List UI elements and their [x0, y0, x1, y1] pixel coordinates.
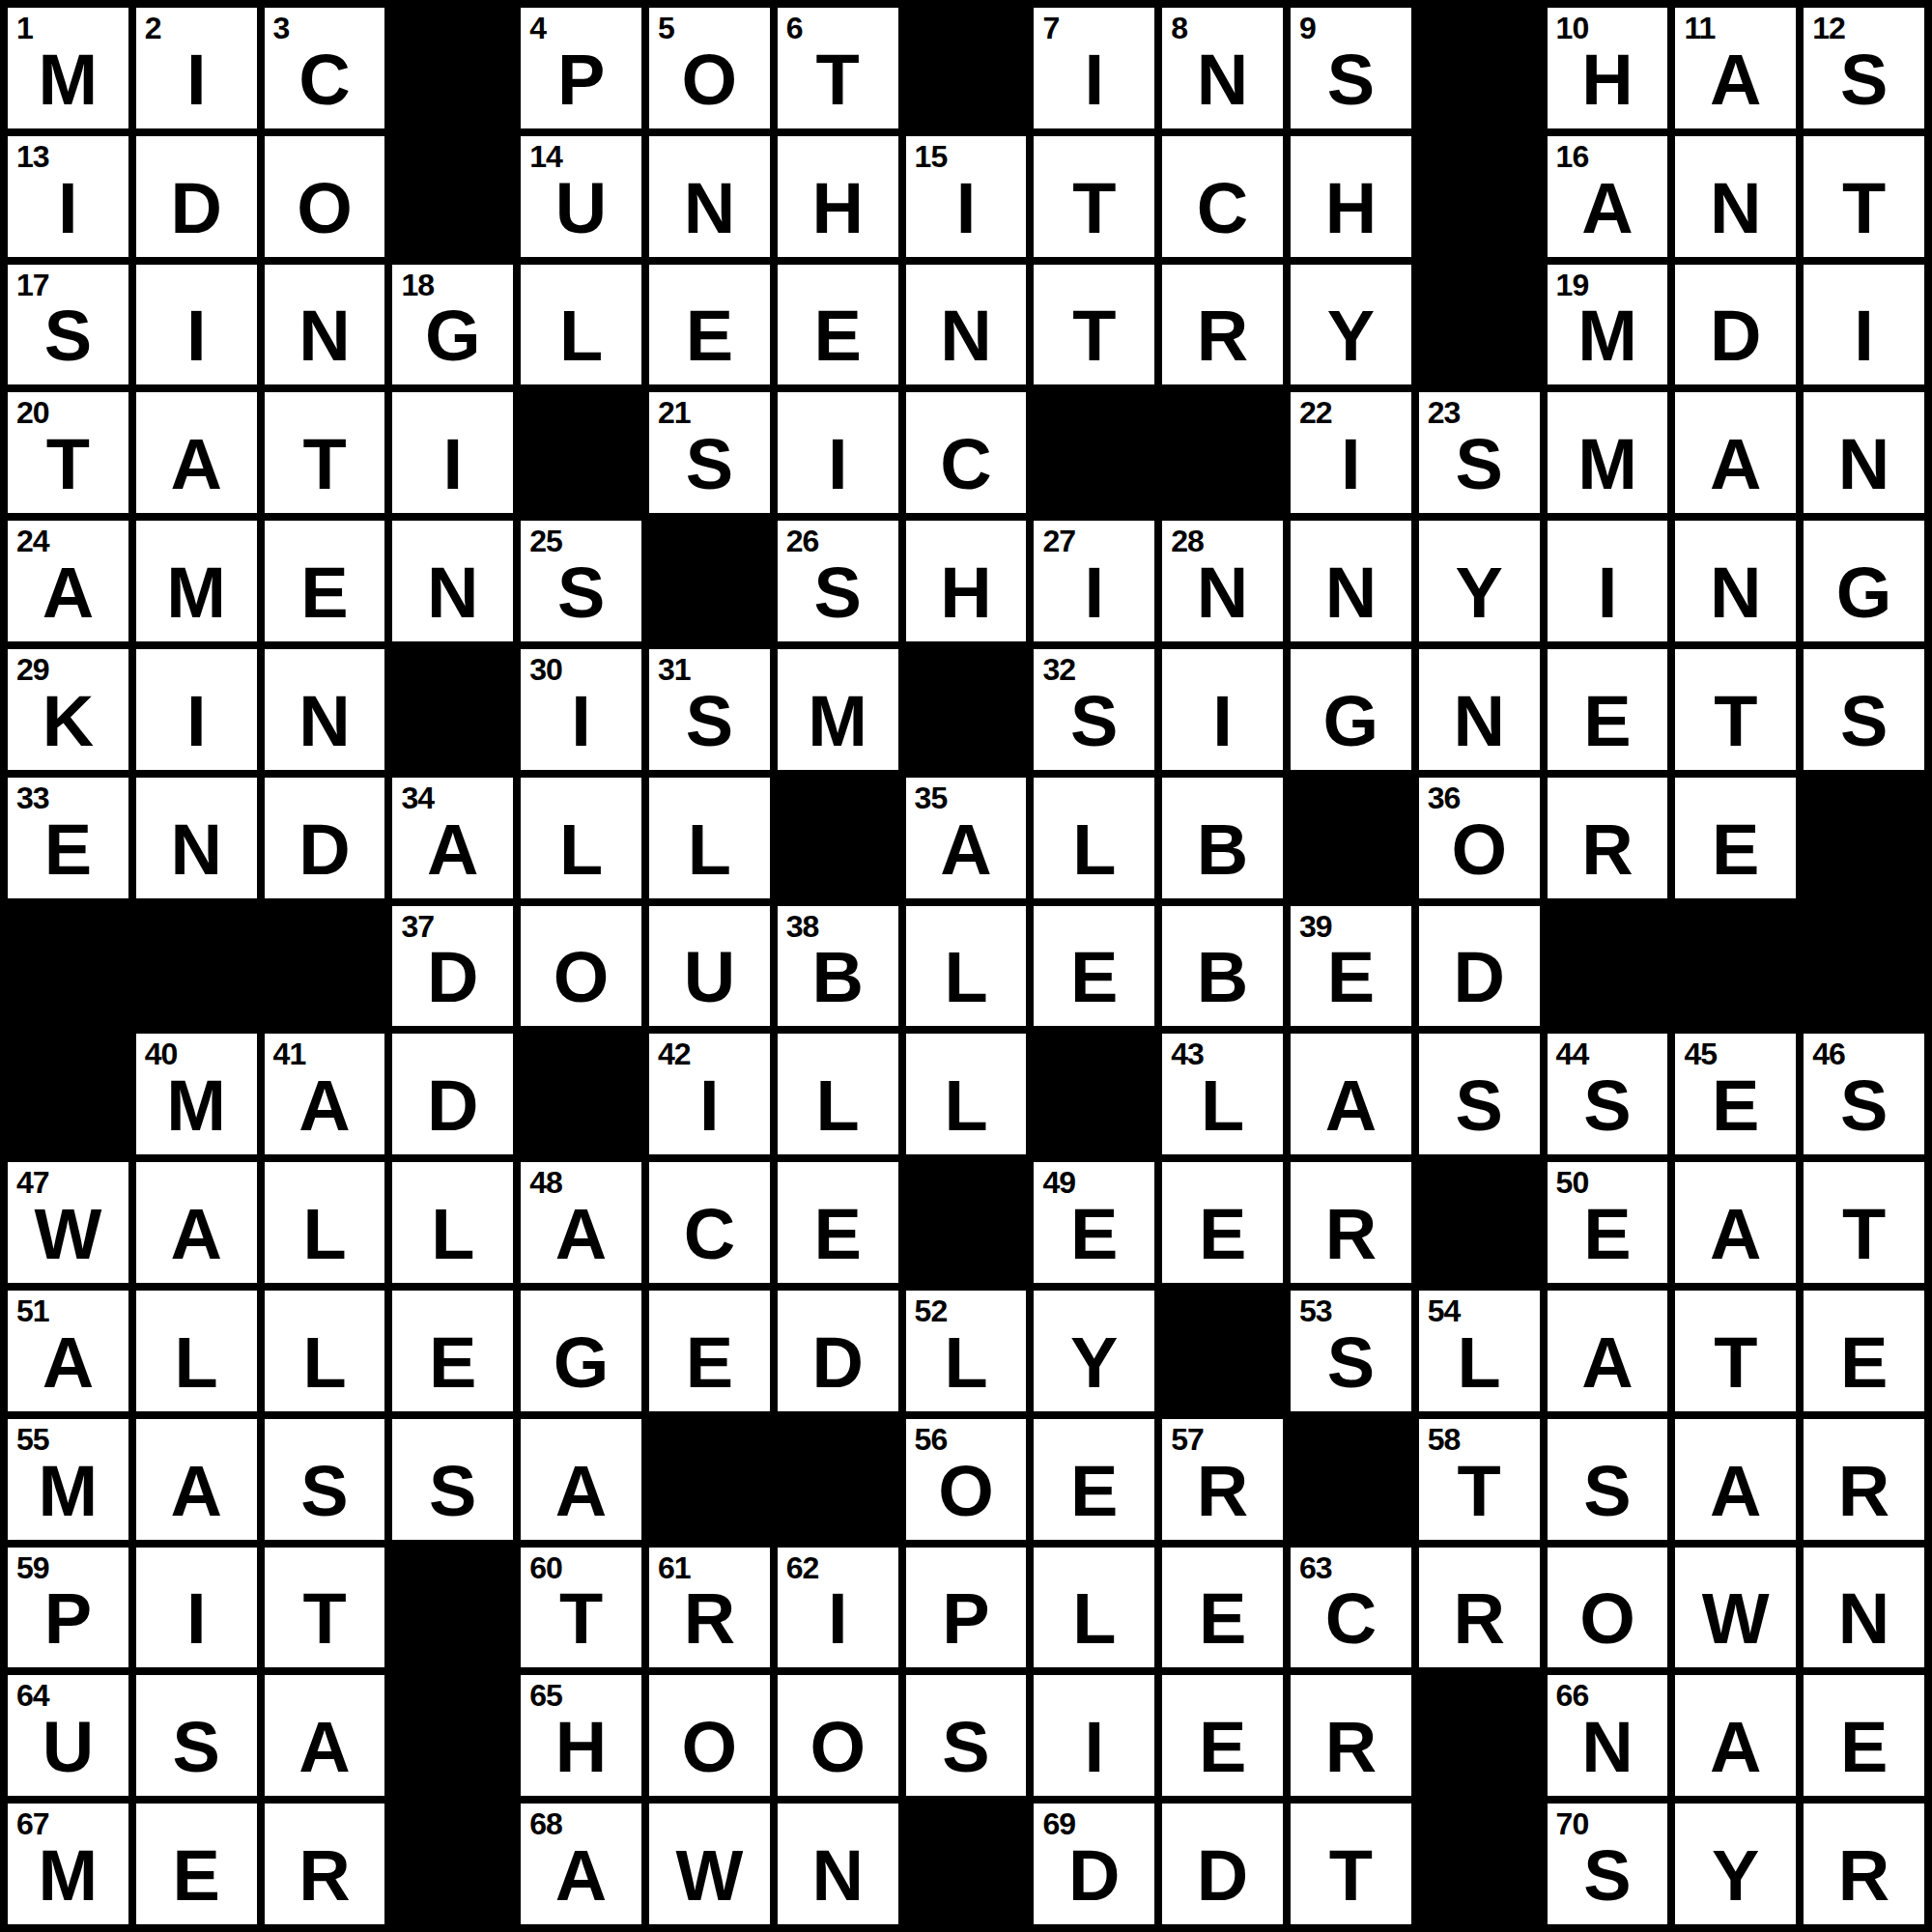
- letter-cell-r3c11[interactable]: Y: [1291, 265, 1411, 385]
- letter-cell-r11c14[interactable]: T: [1675, 1291, 1796, 1411]
- letter-cell-r13c12[interactable]: R: [1419, 1548, 1540, 1668]
- letter-cell-r1c10[interactable]: 8N: [1162, 8, 1283, 128]
- cell-letter: H: [1548, 44, 1668, 116]
- letter-cell-r8c7[interactable]: 38B: [778, 906, 898, 1027]
- letter-cell-r15c2[interactable]: E: [136, 1804, 257, 1924]
- cell-letter: N: [265, 686, 385, 757]
- letter-cell-r5c14[interactable]: N: [1675, 521, 1796, 641]
- cell-letter: E: [1162, 1712, 1283, 1783]
- letter-cell-r7c10[interactable]: B: [1162, 778, 1283, 898]
- letter-cell-r11c8[interactable]: 52L: [906, 1291, 1027, 1411]
- letter-cell-r10c1[interactable]: 47W: [8, 1162, 128, 1283]
- letter-cell-r10c11[interactable]: R: [1291, 1162, 1411, 1283]
- letter-cell-r5c15[interactable]: G: [1804, 521, 1924, 641]
- cell-letter: T: [265, 1583, 385, 1655]
- cell-letter: U: [649, 942, 770, 1013]
- letter-cell-r12c13[interactable]: S: [1548, 1419, 1668, 1540]
- letter-cell-r12c3[interactable]: S: [265, 1419, 385, 1540]
- cell-letter: D: [265, 814, 385, 886]
- letter-cell-r7c13[interactable]: R: [1548, 778, 1668, 898]
- letter-cell-r14c6[interactable]: O: [649, 1675, 770, 1796]
- cell-letter: S: [1291, 44, 1411, 116]
- cell-letter: S: [1034, 686, 1154, 757]
- cell-letter: N: [1804, 429, 1924, 500]
- black-square: [521, 1034, 641, 1154]
- letter-cell-r3c15[interactable]: I: [1804, 265, 1924, 385]
- letter-cell-r6c9[interactable]: 32S: [1034, 649, 1154, 770]
- letter-cell-r6c15[interactable]: S: [1804, 649, 1924, 770]
- clue-number: 9: [1299, 13, 1316, 43]
- cell-letter: T: [1291, 1840, 1411, 1912]
- letter-cell-r2c3[interactable]: O: [265, 136, 385, 257]
- cell-letter: L: [906, 1070, 1027, 1142]
- letter-cell-r15c11[interactable]: T: [1291, 1804, 1411, 1924]
- cell-letter: T: [1675, 1327, 1796, 1399]
- cell-letter: T: [8, 429, 128, 500]
- letter-cell-r1c9[interactable]: 7I: [1034, 8, 1154, 128]
- letter-cell-r6c6[interactable]: 31S: [649, 649, 770, 770]
- letter-cell-r3c14[interactable]: D: [1675, 265, 1796, 385]
- letter-cell-r10c2[interactable]: A: [136, 1162, 257, 1283]
- cell-letter: I: [1162, 686, 1283, 757]
- letter-cell-r11c5[interactable]: G: [521, 1291, 641, 1411]
- letter-cell-r5c2[interactable]: M: [136, 521, 257, 641]
- letter-cell-r11c13[interactable]: A: [1548, 1291, 1668, 1411]
- letter-cell-r2c10[interactable]: C: [1162, 136, 1283, 257]
- letter-cell-r6c7[interactable]: M: [778, 649, 898, 770]
- letter-cell-r7c3[interactable]: D: [265, 778, 385, 898]
- cell-letter: R: [1804, 1456, 1924, 1527]
- letter-cell-r9c15[interactable]: 46S: [1804, 1034, 1924, 1154]
- clue-number: 6: [786, 13, 803, 43]
- cell-letter: C: [1291, 1583, 1411, 1655]
- cell-letter: T: [1675, 686, 1796, 757]
- letter-cell-r14c14[interactable]: A: [1675, 1675, 1796, 1796]
- letter-cell-r3c2[interactable]: I: [136, 265, 257, 385]
- cell-letter: A: [136, 1456, 257, 1527]
- letter-cell-r2c5[interactable]: 14U: [521, 136, 641, 257]
- letter-cell-r15c13[interactable]: 70S: [1548, 1804, 1668, 1924]
- letter-cell-r10c3[interactable]: L: [265, 1162, 385, 1283]
- black-square: [8, 1034, 128, 1154]
- letter-cell-r4c6[interactable]: 21S: [649, 392, 770, 513]
- letter-cell-r14c9[interactable]: I: [1034, 1675, 1154, 1796]
- letter-cell-r6c14[interactable]: T: [1675, 649, 1796, 770]
- letter-cell-r14c7[interactable]: O: [778, 1675, 898, 1796]
- clue-number: 20: [16, 397, 49, 428]
- letter-cell-r5c4[interactable]: N: [392, 521, 513, 641]
- cell-letter: N: [649, 173, 770, 244]
- cell-letter: N: [265, 300, 385, 372]
- letter-cell-r4c1[interactable]: 20T: [8, 392, 128, 513]
- letter-cell-r3c1[interactable]: 17S: [8, 265, 128, 385]
- letter-cell-r9c6[interactable]: 42I: [649, 1034, 770, 1154]
- letter-cell-r6c12[interactable]: N: [1419, 649, 1540, 770]
- letter-cell-r13c6[interactable]: 61R: [649, 1548, 770, 1668]
- letter-cell-r15c7[interactable]: N: [778, 1804, 898, 1924]
- letter-cell-r14c11[interactable]: R: [1291, 1675, 1411, 1796]
- letter-cell-r6c3[interactable]: N: [265, 649, 385, 770]
- letter-cell-r6c1[interactable]: 29K: [8, 649, 128, 770]
- crossword-puzzle-page: 1M2I3C4P5O6T7I8N9S10H11A12S13IDO14UNH15I…: [0, 0, 1932, 1932]
- letter-cell-r7c9[interactable]: L: [1034, 778, 1154, 898]
- letter-cell-r6c13[interactable]: E: [1548, 649, 1668, 770]
- letter-cell-r10c7[interactable]: E: [778, 1162, 898, 1283]
- cell-letter: S: [1548, 1456, 1668, 1527]
- letter-cell-r4c8[interactable]: C: [906, 392, 1027, 513]
- letter-cell-r14c8[interactable]: S: [906, 1675, 1027, 1796]
- letter-cell-r13c3[interactable]: T: [265, 1548, 385, 1668]
- cell-letter: S: [1419, 429, 1540, 500]
- cell-letter: B: [1162, 942, 1283, 1013]
- letter-cell-r9c7[interactable]: L: [778, 1034, 898, 1154]
- letter-cell-r4c4[interactable]: I: [392, 392, 513, 513]
- cell-letter: N: [136, 814, 257, 886]
- cell-letter: Y: [1034, 1327, 1154, 1399]
- letter-cell-r12c9[interactable]: E: [1034, 1419, 1154, 1540]
- letter-cell-r2c8[interactable]: 15I: [906, 136, 1027, 257]
- letter-cell-r1c3[interactable]: 3C: [265, 8, 385, 128]
- cell-letter: I: [778, 429, 898, 500]
- letter-cell-r14c10[interactable]: E: [1162, 1675, 1283, 1796]
- letter-cell-r12c12[interactable]: 58T: [1419, 1419, 1540, 1540]
- cell-letter: M: [8, 1840, 128, 1912]
- letter-cell-r9c2[interactable]: 40M: [136, 1034, 257, 1154]
- letter-cell-r11c2[interactable]: L: [136, 1291, 257, 1411]
- letter-cell-r6c5[interactable]: 30I: [521, 649, 641, 770]
- letter-cell-r2c11[interactable]: H: [1291, 136, 1411, 257]
- letter-cell-r14c15[interactable]: E: [1804, 1675, 1924, 1796]
- letter-cell-r8c4[interactable]: 37D: [392, 906, 513, 1027]
- letter-cell-r13c15[interactable]: N: [1804, 1548, 1924, 1668]
- cell-letter: S: [8, 300, 128, 372]
- letter-cell-r1c7[interactable]: 6T: [778, 8, 898, 128]
- crossword-grid: 1M2I3C4P5O6T7I8N9S10H11A12S13IDO14UNH15I…: [0, 0, 1932, 1932]
- clue-number: 7: [1042, 13, 1059, 43]
- cell-letter: M: [1548, 300, 1668, 372]
- letter-cell-r7c12[interactable]: 36O: [1419, 778, 1540, 898]
- letter-cell-r15c5[interactable]: 68A: [521, 1804, 641, 1924]
- letter-cell-r1c6[interactable]: 5O: [649, 8, 770, 128]
- letter-cell-r1c11[interactable]: 9S: [1291, 8, 1411, 128]
- letter-cell-r13c10[interactable]: E: [1162, 1548, 1283, 1668]
- letter-cell-r13c7[interactable]: 62I: [778, 1548, 898, 1668]
- cell-letter: T: [1804, 173, 1924, 244]
- letter-cell-r4c3[interactable]: T: [265, 392, 385, 513]
- cell-letter: R: [1291, 1199, 1411, 1270]
- letter-cell-r14c3[interactable]: A: [265, 1675, 385, 1796]
- letter-cell-r2c6[interactable]: N: [649, 136, 770, 257]
- letter-cell-r9c8[interactable]: L: [906, 1034, 1027, 1154]
- letter-cell-r10c9[interactable]: 49E: [1034, 1162, 1154, 1283]
- letter-cell-r2c9[interactable]: T: [1034, 136, 1154, 257]
- black-square: [136, 906, 257, 1027]
- letter-cell-r15c10[interactable]: D: [1162, 1804, 1283, 1924]
- letter-cell-r7c1[interactable]: 33E: [8, 778, 128, 898]
- letter-cell-r7c5[interactable]: L: [521, 778, 641, 898]
- cell-letter: R: [1162, 1456, 1283, 1527]
- letter-cell-r13c5[interactable]: 60T: [521, 1548, 641, 1668]
- letter-cell-r5c10[interactable]: 28N: [1162, 521, 1283, 641]
- letter-cell-r3c6[interactable]: E: [649, 265, 770, 385]
- letter-cell-r9c13[interactable]: 44S: [1548, 1034, 1668, 1154]
- letter-cell-r1c14[interactable]: 11A: [1675, 8, 1796, 128]
- black-square: [649, 1419, 770, 1540]
- cell-letter: E: [1034, 1456, 1154, 1527]
- letter-cell-r10c4[interactable]: L: [392, 1162, 513, 1283]
- letter-cell-r13c13[interactable]: O: [1548, 1548, 1668, 1668]
- letter-cell-r4c7[interactable]: I: [778, 392, 898, 513]
- letter-cell-r10c6[interactable]: C: [649, 1162, 770, 1283]
- black-square: [392, 1675, 513, 1796]
- clue-number: 34: [401, 782, 434, 813]
- letter-cell-r2c1[interactable]: 13I: [8, 136, 128, 257]
- cell-letter: A: [1291, 1070, 1411, 1142]
- cell-letter: L: [265, 1327, 385, 1399]
- letter-cell-r3c8[interactable]: N: [906, 265, 1027, 385]
- cell-letter: I: [1548, 557, 1668, 629]
- letter-cell-r4c2[interactable]: A: [136, 392, 257, 513]
- cell-letter: M: [778, 686, 898, 757]
- letter-cell-r14c5[interactable]: 65H: [521, 1675, 641, 1796]
- letter-cell-r8c5[interactable]: O: [521, 906, 641, 1027]
- letter-cell-r5c9[interactable]: 27I: [1034, 521, 1154, 641]
- cell-letter: O: [1548, 1583, 1668, 1655]
- letter-cell-r11c1[interactable]: 51A: [8, 1291, 128, 1411]
- cell-letter: G: [392, 300, 513, 372]
- letter-cell-r15c15[interactable]: R: [1804, 1804, 1924, 1924]
- letter-cell-r2c13[interactable]: 16A: [1548, 136, 1668, 257]
- letter-cell-r11c12[interactable]: 54L: [1419, 1291, 1540, 1411]
- letter-cell-r12c10[interactable]: 57R: [1162, 1419, 1283, 1540]
- cell-letter: E: [1162, 1199, 1283, 1270]
- black-square: [906, 8, 1027, 128]
- black-square: [392, 649, 513, 770]
- letter-cell-r6c10[interactable]: I: [1162, 649, 1283, 770]
- letter-cell-r3c7[interactable]: E: [778, 265, 898, 385]
- cell-letter: S: [906, 1712, 1027, 1783]
- letter-cell-r2c7[interactable]: H: [778, 136, 898, 257]
- letter-cell-r12c5[interactable]: A: [521, 1419, 641, 1540]
- letter-cell-r8c10[interactable]: B: [1162, 906, 1283, 1027]
- clue-number: 42: [658, 1038, 691, 1069]
- black-square: [1034, 1034, 1154, 1154]
- letter-cell-r14c1[interactable]: 64U: [8, 1675, 128, 1796]
- letter-cell-r11c7[interactable]: D: [778, 1291, 898, 1411]
- letter-cell-r3c13[interactable]: 19M: [1548, 265, 1668, 385]
- cell-letter: T: [1419, 1456, 1540, 1527]
- letter-cell-r3c10[interactable]: R: [1162, 265, 1283, 385]
- letter-cell-r11c11[interactable]: 53S: [1291, 1291, 1411, 1411]
- letter-cell-r7c6[interactable]: L: [649, 778, 770, 898]
- clue-number: 15: [915, 141, 948, 172]
- cell-letter: I: [136, 300, 257, 372]
- cell-letter: W: [1675, 1583, 1796, 1655]
- letter-cell-r9c4[interactable]: D: [392, 1034, 513, 1154]
- cell-letter: L: [136, 1327, 257, 1399]
- cell-letter: E: [1804, 1327, 1924, 1399]
- cell-letter: T: [1034, 173, 1154, 244]
- letter-cell-r5c7[interactable]: 26S: [778, 521, 898, 641]
- letter-cell-r12c8[interactable]: 56O: [906, 1419, 1027, 1540]
- letter-cell-r10c15[interactable]: T: [1804, 1162, 1924, 1283]
- clue-number: 8: [1171, 13, 1187, 43]
- letter-cell-r4c13[interactable]: M: [1548, 392, 1668, 513]
- cell-letter: E: [1034, 1199, 1154, 1270]
- letter-cell-r9c11[interactable]: A: [1291, 1034, 1411, 1154]
- cell-letter: S: [521, 557, 641, 629]
- letter-cell-r4c14[interactable]: A: [1675, 392, 1796, 513]
- letter-cell-r5c5[interactable]: 25S: [521, 521, 641, 641]
- letter-cell-r8c8[interactable]: L: [906, 906, 1027, 1027]
- letter-cell-r12c2[interactable]: A: [136, 1419, 257, 1540]
- letter-cell-r8c11[interactable]: 39E: [1291, 906, 1411, 1027]
- letter-cell-r9c14[interactable]: 45E: [1675, 1034, 1796, 1154]
- letter-cell-r3c3[interactable]: N: [265, 265, 385, 385]
- letter-cell-r5c3[interactable]: E: [265, 521, 385, 641]
- letter-cell-r7c8[interactable]: 35A: [906, 778, 1027, 898]
- letter-cell-r5c13[interactable]: I: [1548, 521, 1668, 641]
- letter-cell-r14c2[interactable]: S: [136, 1675, 257, 1796]
- cell-letter: E: [1675, 814, 1796, 886]
- cell-letter: H: [906, 557, 1027, 629]
- letter-cell-r11c4[interactable]: E: [392, 1291, 513, 1411]
- cell-letter: S: [392, 1456, 513, 1527]
- letter-cell-r8c6[interactable]: U: [649, 906, 770, 1027]
- cell-letter: O: [265, 173, 385, 244]
- cell-letter: S: [778, 557, 898, 629]
- cell-letter: B: [778, 942, 898, 1013]
- cell-letter: I: [1804, 300, 1924, 372]
- letter-cell-r11c6[interactable]: E: [649, 1291, 770, 1411]
- letter-cell-r6c11[interactable]: G: [1291, 649, 1411, 770]
- letter-cell-r15c1[interactable]: 67M: [8, 1804, 128, 1924]
- cell-letter: T: [521, 1583, 641, 1655]
- clue-number: 14: [529, 141, 562, 172]
- black-square: [1034, 392, 1154, 513]
- letter-cell-r12c1[interactable]: 55M: [8, 1419, 128, 1540]
- cell-letter: S: [649, 686, 770, 757]
- letter-cell-r5c8[interactable]: H: [906, 521, 1027, 641]
- letter-cell-r10c13[interactable]: 50E: [1548, 1162, 1668, 1283]
- letter-cell-r15c14[interactable]: Y: [1675, 1804, 1796, 1924]
- letter-cell-r11c3[interactable]: L: [265, 1291, 385, 1411]
- cell-letter: E: [8, 814, 128, 886]
- letter-cell-r5c1[interactable]: 24A: [8, 521, 128, 641]
- cell-letter: O: [521, 942, 641, 1013]
- letter-cell-r13c11[interactable]: 63C: [1291, 1548, 1411, 1668]
- letter-cell-r5c12[interactable]: Y: [1419, 521, 1540, 641]
- cell-letter: C: [906, 429, 1027, 500]
- letter-cell-r7c14[interactable]: E: [1675, 778, 1796, 898]
- letter-cell-r8c9[interactable]: E: [1034, 906, 1154, 1027]
- letter-cell-r3c9[interactable]: T: [1034, 265, 1154, 385]
- letter-cell-r11c9[interactable]: Y: [1034, 1291, 1154, 1411]
- letter-cell-r3c4[interactable]: 18G: [392, 265, 513, 385]
- letter-cell-r12c15[interactable]: R: [1804, 1419, 1924, 1540]
- letter-cell-r1c15[interactable]: 12S: [1804, 8, 1924, 128]
- letter-cell-r12c4[interactable]: S: [392, 1419, 513, 1540]
- letter-cell-r7c2[interactable]: N: [136, 778, 257, 898]
- clue-number: 60: [529, 1552, 562, 1583]
- black-square: [8, 906, 128, 1027]
- clue-number: 16: [1556, 141, 1589, 172]
- clue-number: 13: [16, 141, 49, 172]
- black-square: [521, 392, 641, 513]
- letter-cell-r10c10[interactable]: E: [1162, 1162, 1283, 1283]
- black-square: [392, 8, 513, 128]
- letter-cell-r2c15[interactable]: T: [1804, 136, 1924, 257]
- letter-cell-r5c11[interactable]: N: [1291, 521, 1411, 641]
- letter-cell-r3c5[interactable]: L: [521, 265, 641, 385]
- clue-number: 33: [16, 782, 49, 813]
- cell-letter: E: [649, 1327, 770, 1399]
- cell-letter: U: [521, 173, 641, 244]
- letter-cell-r1c13[interactable]: 10H: [1548, 8, 1668, 128]
- letter-cell-r1c1[interactable]: 1M: [8, 8, 128, 128]
- cell-letter: E: [136, 1840, 257, 1912]
- letter-cell-r15c9[interactable]: 69D: [1034, 1804, 1154, 1924]
- letter-cell-r1c2[interactable]: 2I: [136, 8, 257, 128]
- cell-letter: C: [265, 44, 385, 116]
- letter-cell-r9c10[interactable]: 43L: [1162, 1034, 1283, 1154]
- cell-letter: E: [1804, 1712, 1924, 1783]
- clue-number: 5: [658, 13, 674, 43]
- letter-cell-r4c11[interactable]: 22I: [1291, 392, 1411, 513]
- letter-cell-r9c3[interactable]: 41A: [265, 1034, 385, 1154]
- letter-cell-r13c8[interactable]: P: [906, 1548, 1027, 1668]
- letter-cell-r10c5[interactable]: 48A: [521, 1162, 641, 1283]
- clue-number: 56: [915, 1424, 948, 1455]
- letter-cell-r2c2[interactable]: D: [136, 136, 257, 257]
- letter-cell-r13c2[interactable]: I: [136, 1548, 257, 1668]
- letter-cell-r13c1[interactable]: 59P: [8, 1548, 128, 1668]
- clue-number: 55: [16, 1424, 49, 1455]
- letter-cell-r2c14[interactable]: N: [1675, 136, 1796, 257]
- letter-cell-r9c12[interactable]: S: [1419, 1034, 1540, 1154]
- black-square: [1804, 906, 1924, 1027]
- black-square: [1548, 906, 1668, 1027]
- cell-letter: S: [1548, 1070, 1668, 1142]
- letter-cell-r6c2[interactable]: I: [136, 649, 257, 770]
- letter-cell-r13c9[interactable]: L: [1034, 1548, 1154, 1668]
- cell-letter: A: [1675, 1712, 1796, 1783]
- letter-cell-r4c15[interactable]: N: [1804, 392, 1924, 513]
- black-square: [1291, 1419, 1411, 1540]
- letter-cell-r11c15[interactable]: E: [1804, 1291, 1924, 1411]
- cell-letter: I: [136, 1583, 257, 1655]
- cell-letter: A: [1675, 1199, 1796, 1270]
- letter-cell-r12c14[interactable]: A: [1675, 1419, 1796, 1540]
- letter-cell-r10c14[interactable]: A: [1675, 1162, 1796, 1283]
- cell-letter: N: [906, 300, 1027, 372]
- cell-letter: T: [1034, 300, 1154, 372]
- cell-letter: T: [1804, 1199, 1924, 1270]
- letter-cell-r15c6[interactable]: W: [649, 1804, 770, 1924]
- letter-cell-r4c12[interactable]: 23S: [1419, 392, 1540, 513]
- letter-cell-r14c13[interactable]: 66N: [1548, 1675, 1668, 1796]
- letter-cell-r1c5[interactable]: 4P: [521, 8, 641, 128]
- letter-cell-r13c14[interactable]: W: [1675, 1548, 1796, 1668]
- cell-letter: D: [1675, 300, 1796, 372]
- cell-letter: A: [1675, 44, 1796, 116]
- letter-cell-r8c12[interactable]: D: [1419, 906, 1540, 1027]
- letter-cell-r15c3[interactable]: R: [265, 1804, 385, 1924]
- black-square: [1419, 1675, 1540, 1796]
- letter-cell-r7c4[interactable]: 34A: [392, 778, 513, 898]
- cell-letter: P: [8, 1583, 128, 1655]
- cell-letter: Y: [1675, 1840, 1796, 1912]
